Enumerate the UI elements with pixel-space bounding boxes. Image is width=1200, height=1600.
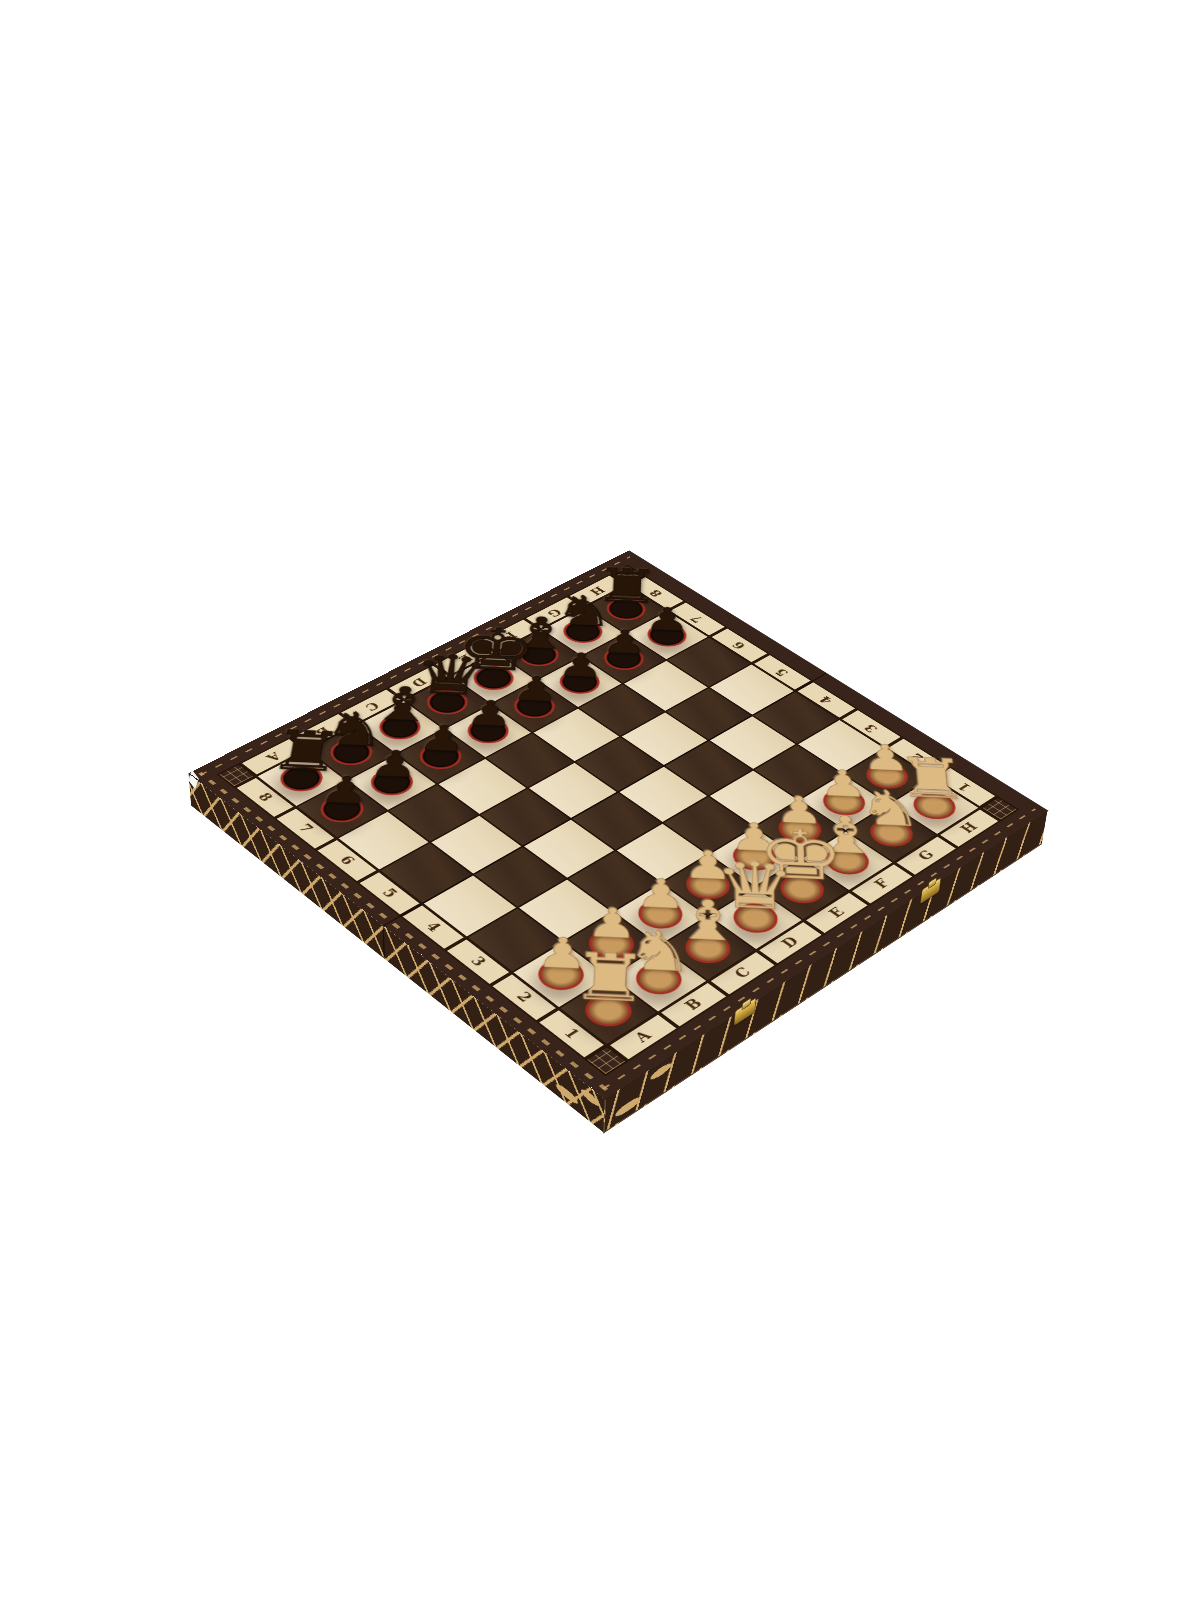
rank-label: 6 (315, 838, 380, 883)
black-pawn-glyph: ♟ (556, 648, 604, 683)
square-a5 (379, 842, 473, 903)
square-d1 (708, 887, 803, 950)
file-label: H (937, 808, 1001, 849)
square-b2 (563, 912, 659, 977)
black-pawn-glyph: ♟ (417, 720, 469, 757)
square-b3 (518, 879, 613, 942)
rank-label: 3 (444, 937, 512, 986)
rank-label-text: 6 (337, 854, 357, 867)
rank-label-text: 1 (561, 1026, 582, 1041)
file-label: G (894, 835, 959, 877)
rank-label-text: 3 (862, 723, 880, 734)
square-a3 (467, 908, 563, 973)
square-b6 (388, 784, 480, 842)
square-c5 (479, 788, 571, 846)
file-label-text: A (632, 1029, 654, 1045)
square-d3 (615, 823, 708, 883)
file-label: A (607, 1013, 680, 1062)
black-pawn-glyph: ♟ (511, 671, 560, 707)
rank-label: 8 (234, 776, 296, 818)
black-pawn-glyph: ♟ (644, 603, 690, 636)
square-a4 (422, 875, 517, 938)
square-b5 (430, 815, 523, 875)
square-a1 (559, 977, 658, 1045)
black-pawn-glyph: ♟ (464, 695, 515, 731)
file-label-text: E (826, 906, 847, 920)
camera-tilt-wrapper: ABCDEFGH8877665544332211ABCDEFGH ♜♞♟♝♟♚♟… (0, 0, 1200, 1600)
black-pawn-glyph: ♟ (368, 745, 422, 783)
square-b4 (473, 846, 567, 907)
rank-label-text: 4 (817, 694, 835, 705)
rank-label-text: 7 (688, 614, 706, 624)
file-label: D (756, 920, 825, 965)
rank-label-text: 2 (513, 990, 534, 1004)
chess-set-product-photo: ABCDEFGH8877665544332211ABCDEFGH ♜♞♟♝♟♚♟… (0, 0, 1200, 1600)
rim-stitch-decoration (200, 772, 608, 1090)
rank-label: 1 (536, 1008, 607, 1059)
square-a6 (337, 811, 430, 871)
black-pawn-glyph: ♟ (601, 625, 648, 659)
file-label: F (849, 863, 915, 906)
file-label: C (708, 950, 778, 996)
file-label: E (803, 891, 870, 935)
square-c4 (523, 819, 616, 879)
rank-label: 5 (357, 870, 423, 916)
chess-board: ABCDEFGH8877665544332211ABCDEFGH ♜♞♟♝♟♚♟… (188, 551, 1047, 1099)
file-label-text: H (958, 821, 980, 835)
file-label-text: C (732, 966, 754, 981)
square-c1 (660, 916, 756, 981)
rank-label-text: 5 (773, 667, 791, 678)
rank-label: 7 (274, 807, 337, 851)
rank-label-text: 3 (467, 955, 488, 969)
file-label-text: B (682, 997, 705, 1013)
file-label-text: G (916, 849, 938, 863)
rank-label: 2 (489, 972, 558, 1022)
rank-label: 4 (400, 904, 467, 951)
border-corner-block (584, 1045, 628, 1076)
square-d4 (571, 792, 663, 850)
paper-tag (188, 770, 199, 789)
file-label-text: D (779, 935, 801, 950)
rank-label-text: 8 (255, 791, 275, 803)
rim-stitch-decoration (198, 773, 606, 1091)
file-label-text: F (872, 877, 892, 890)
fold-seam-side (383, 925, 385, 959)
square-c2 (613, 883, 708, 946)
square-c3 (567, 850, 661, 911)
rank-label-text: 5 (379, 887, 399, 900)
square-a2 (512, 942, 610, 1009)
rank-label-text: 6 (730, 640, 748, 650)
rank-label-text: 7 (295, 822, 315, 834)
rank-label-text: 4 (423, 920, 444, 933)
square-b1 (610, 946, 708, 1013)
file-label: B (658, 981, 729, 1029)
